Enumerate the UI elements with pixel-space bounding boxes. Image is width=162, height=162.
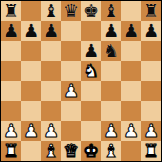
- black-pawn-b7[interactable]: ♟: [23, 21, 39, 41]
- square-g3[interactable]: [121, 101, 141, 121]
- white-pawn-f2[interactable]: ♟: [103, 121, 119, 141]
- white-pawn-h2[interactable]: ♟: [143, 121, 159, 141]
- black-rook-a8[interactable]: ♜: [3, 1, 19, 21]
- square-d1[interactable]: ♛: [61, 141, 81, 161]
- square-e1[interactable]: ♚: [81, 141, 101, 161]
- square-f8[interactable]: ♝: [101, 1, 121, 21]
- square-e3[interactable]: [81, 101, 101, 121]
- square-d8[interactable]: ♛: [61, 1, 81, 21]
- square-h6[interactable]: [141, 41, 161, 61]
- square-a3[interactable]: [1, 101, 21, 121]
- square-e5[interactable]: ♞: [81, 61, 101, 81]
- square-c8[interactable]: ♝: [41, 1, 61, 21]
- square-f6[interactable]: ♞: [101, 41, 121, 61]
- white-bishop-f1[interactable]: ♝: [103, 141, 119, 161]
- square-a2[interactable]: ♟: [1, 121, 21, 141]
- black-pawn-h7[interactable]: ♟: [143, 21, 159, 41]
- square-f1[interactable]: ♝: [101, 141, 121, 161]
- square-g7[interactable]: ♟: [121, 21, 141, 41]
- black-king-e8[interactable]: ♚: [83, 1, 99, 21]
- white-rook-a1[interactable]: ♜: [3, 141, 19, 161]
- square-f7[interactable]: ♟: [101, 21, 121, 41]
- square-d2[interactable]: [61, 121, 81, 141]
- square-c2[interactable]: ♟: [41, 121, 61, 141]
- square-g6[interactable]: [121, 41, 141, 61]
- square-b2[interactable]: ♟: [21, 121, 41, 141]
- white-knight-e5[interactable]: ♞: [83, 61, 99, 81]
- square-d6[interactable]: [61, 41, 81, 61]
- square-h5[interactable]: [141, 61, 161, 81]
- square-b7[interactable]: ♟: [21, 21, 41, 41]
- square-f4[interactable]: [101, 81, 121, 101]
- white-king-e1[interactable]: ♚: [83, 141, 99, 161]
- square-d4[interactable]: ♟: [61, 81, 81, 101]
- white-queen-d1[interactable]: ♛: [63, 141, 79, 161]
- black-pawn-f7[interactable]: ♟: [103, 21, 119, 41]
- square-d7[interactable]: [61, 21, 81, 41]
- square-g1[interactable]: [121, 141, 141, 161]
- black-pawn-g7[interactable]: ♟: [123, 21, 139, 41]
- square-b5[interactable]: [21, 61, 41, 81]
- white-pawn-b2[interactable]: ♟: [23, 121, 39, 141]
- white-pawn-a2[interactable]: ♟: [3, 121, 19, 141]
- square-b4[interactable]: [21, 81, 41, 101]
- square-a5[interactable]: [1, 61, 21, 81]
- square-f5[interactable]: [101, 61, 121, 81]
- square-b6[interactable]: [21, 41, 41, 61]
- square-h2[interactable]: ♟: [141, 121, 161, 141]
- square-a6[interactable]: [1, 41, 21, 61]
- white-rook-h1[interactable]: ♜: [143, 141, 159, 161]
- black-pawn-e6[interactable]: ♟: [83, 41, 99, 61]
- white-bishop-c1[interactable]: ♝: [43, 141, 59, 161]
- square-h7[interactable]: ♟: [141, 21, 161, 41]
- square-h1[interactable]: ♜: [141, 141, 161, 161]
- square-a7[interactable]: ♟: [1, 21, 21, 41]
- black-pawn-a7[interactable]: ♟: [3, 21, 19, 41]
- square-e7[interactable]: [81, 21, 101, 41]
- square-c3[interactable]: [41, 101, 61, 121]
- square-e6[interactable]: ♟: [81, 41, 101, 61]
- square-d5[interactable]: [61, 61, 81, 81]
- square-g4[interactable]: [121, 81, 141, 101]
- black-knight-f6[interactable]: ♞: [103, 41, 119, 61]
- black-pawn-c7[interactable]: ♟: [43, 21, 59, 41]
- square-g8[interactable]: [121, 1, 141, 21]
- square-b8[interactable]: [21, 1, 41, 21]
- square-b1[interactable]: [21, 141, 41, 161]
- square-h8[interactable]: ♜: [141, 1, 161, 21]
- square-c7[interactable]: ♟: [41, 21, 61, 41]
- black-queen-d8[interactable]: ♛: [63, 1, 79, 21]
- square-c5[interactable]: [41, 61, 61, 81]
- square-e2[interactable]: [81, 121, 101, 141]
- white-pawn-c2[interactable]: ♟: [43, 121, 59, 141]
- square-h4[interactable]: [141, 81, 161, 101]
- square-h3[interactable]: [141, 101, 161, 121]
- square-g2[interactable]: ♟: [121, 121, 141, 141]
- square-d3[interactable]: [61, 101, 81, 121]
- square-b3[interactable]: [21, 101, 41, 121]
- square-a1[interactable]: ♜: [1, 141, 21, 161]
- square-c4[interactable]: [41, 81, 61, 101]
- black-bishop-c8[interactable]: ♝: [43, 1, 59, 21]
- white-pawn-g2[interactable]: ♟: [123, 121, 139, 141]
- square-e8[interactable]: ♚: [81, 1, 101, 21]
- square-f3[interactable]: [101, 101, 121, 121]
- chess-board: ♜♝♛♚♝♜♟♟♟♟♟♟♟♞♞♟♟♟♟♟♟♟♜♝♛♚♝♜: [0, 0, 162, 162]
- square-e4[interactable]: [81, 81, 101, 101]
- square-c1[interactable]: ♝: [41, 141, 61, 161]
- black-rook-h8[interactable]: ♜: [143, 1, 159, 21]
- square-g5[interactable]: [121, 61, 141, 81]
- square-c6[interactable]: [41, 41, 61, 61]
- square-f2[interactable]: ♟: [101, 121, 121, 141]
- square-a8[interactable]: ♜: [1, 1, 21, 21]
- black-bishop-f8[interactable]: ♝: [103, 1, 119, 21]
- square-a4[interactable]: [1, 81, 21, 101]
- white-pawn-d4[interactable]: ♟: [63, 81, 79, 101]
